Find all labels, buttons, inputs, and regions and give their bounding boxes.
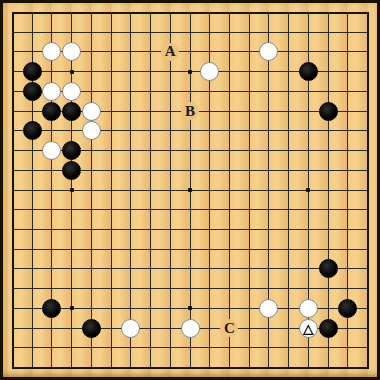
white-stone xyxy=(62,82,81,101)
star-point xyxy=(188,188,192,192)
star-point xyxy=(70,188,74,192)
go-board[interactable]: △ABC xyxy=(0,0,380,380)
point-label-C[interactable]: C xyxy=(220,319,238,337)
grid-line-horizontal xyxy=(12,249,369,250)
black-stone xyxy=(82,319,101,338)
black-stone xyxy=(319,259,338,278)
black-stone xyxy=(338,299,357,318)
white-stone: △ xyxy=(299,319,318,338)
star-point xyxy=(70,70,74,74)
black-stone xyxy=(23,82,42,101)
grid-line-horizontal xyxy=(12,229,369,230)
grid-line-vertical xyxy=(249,12,250,369)
star-point xyxy=(306,188,310,192)
white-stone xyxy=(259,42,278,61)
white-stone xyxy=(42,42,61,61)
white-stone xyxy=(200,62,219,81)
white-stone xyxy=(82,102,101,121)
grid-line-vertical xyxy=(288,12,289,369)
white-stone xyxy=(259,299,278,318)
grid-line-horizontal xyxy=(12,288,369,289)
grid-line-horizontal xyxy=(12,268,369,269)
white-stone xyxy=(299,299,318,318)
star-point xyxy=(188,70,192,74)
point-label-A[interactable]: A xyxy=(161,43,179,61)
star-point xyxy=(70,306,74,310)
black-stone xyxy=(42,299,61,318)
black-stone xyxy=(62,102,81,121)
black-stone xyxy=(62,141,81,160)
black-stone xyxy=(62,161,81,180)
black-stone xyxy=(23,121,42,140)
grid-line-horizontal xyxy=(12,347,369,348)
black-stone xyxy=(23,62,42,81)
white-stone xyxy=(42,82,61,101)
grid-line-horizontal xyxy=(12,367,369,369)
white-stone xyxy=(62,42,81,61)
go-diagram: △ABC xyxy=(0,0,380,380)
white-stone xyxy=(121,319,140,338)
black-stone xyxy=(319,102,338,121)
black-stone xyxy=(42,102,61,121)
black-stone xyxy=(319,319,338,338)
white-stone xyxy=(82,121,101,140)
grid-line-vertical xyxy=(229,12,230,369)
grid-line-vertical xyxy=(328,12,329,369)
grid-line-vertical xyxy=(367,12,369,369)
point-label-B[interactable]: B xyxy=(181,102,199,120)
star-point xyxy=(188,306,192,310)
black-stone xyxy=(299,62,318,81)
triangle-mark-icon: △ xyxy=(300,320,317,337)
white-stone xyxy=(42,141,61,160)
grid-line-horizontal xyxy=(12,209,369,210)
white-stone xyxy=(181,319,200,338)
